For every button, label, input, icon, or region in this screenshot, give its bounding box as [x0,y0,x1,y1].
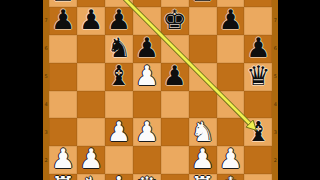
square-g1[interactable] [217,174,245,180]
square-b3[interactable] [77,118,105,146]
square-e2[interactable] [161,146,189,174]
square-c5[interactable] [105,63,133,91]
square-h3[interactable] [244,118,272,146]
rank-label-6: 6 [43,46,49,51]
square-b5[interactable] [77,63,105,91]
square-a3[interactable] [49,118,77,146]
square-a1[interactable] [49,174,77,180]
square-d1[interactable] [133,174,161,180]
rank-label-3: 3 [43,130,49,135]
square-d6[interactable] [133,35,161,63]
square-f2[interactable] [189,146,217,174]
square-b6[interactable] [77,35,105,63]
square-h1[interactable] [244,174,272,180]
square-f4[interactable] [189,91,217,119]
square-e8[interactable] [161,0,189,7]
board-border-left: 87654321 [43,0,49,180]
square-e7[interactable] [161,7,189,35]
square-a5[interactable] [49,63,77,91]
square-b4[interactable] [77,91,105,119]
rank-label-2: 2 [43,158,49,163]
chess-board [49,0,272,180]
square-d7[interactable] [133,7,161,35]
square-h4[interactable] [244,91,272,119]
square-b2[interactable] [77,146,105,174]
square-c2[interactable] [105,146,133,174]
video-frame: 87654321 87654321 ♜♜♟♟♟♚♟♞♟♟♝♟♟♛♟♟♞♝♟♟♟♟… [0,0,320,180]
square-c8[interactable] [105,0,133,7]
rank-label-7: 7 [272,18,278,23]
square-b8[interactable] [77,0,105,7]
square-e4[interactable] [161,91,189,119]
square-h2[interactable] [244,146,272,174]
square-a4[interactable] [49,91,77,119]
rank-label-5: 5 [43,74,49,79]
square-g4[interactable] [217,91,245,119]
square-f3[interactable] [189,118,217,146]
square-f8[interactable] [189,0,217,7]
rank-label-2: 2 [272,158,278,163]
square-c1[interactable] [105,174,133,180]
square-e6[interactable] [161,35,189,63]
square-d3[interactable] [133,118,161,146]
square-d4[interactable] [133,91,161,119]
square-g5[interactable] [217,63,245,91]
square-a8[interactable] [49,0,77,7]
rank-label-4: 4 [272,102,278,107]
square-g3[interactable] [217,118,245,146]
rank-label-4: 4 [43,102,49,107]
square-a6[interactable] [49,35,77,63]
square-c6[interactable] [105,35,133,63]
square-f7[interactable] [189,7,217,35]
square-e5[interactable] [161,63,189,91]
square-h6[interactable] [244,35,272,63]
square-c4[interactable] [105,91,133,119]
square-e1[interactable] [161,174,189,180]
square-a7[interactable] [49,7,77,35]
square-c7[interactable] [105,7,133,35]
square-h7[interactable] [244,7,272,35]
square-h8[interactable] [244,0,272,7]
square-e3[interactable] [161,118,189,146]
square-g8[interactable] [217,0,245,7]
square-g2[interactable] [217,146,245,174]
square-f5[interactable] [189,63,217,91]
square-d2[interactable] [133,146,161,174]
square-f6[interactable] [189,35,217,63]
square-g6[interactable] [217,35,245,63]
square-b7[interactable] [77,7,105,35]
rank-label-5: 5 [272,74,278,79]
square-h5[interactable] [244,63,272,91]
rank-label-3: 3 [272,130,278,135]
square-g7[interactable] [217,7,245,35]
square-f1[interactable] [189,174,217,180]
square-a2[interactable] [49,146,77,174]
square-d8[interactable] [133,0,161,7]
square-b1[interactable] [77,174,105,180]
rank-label-7: 7 [43,18,49,23]
square-c3[interactable] [105,118,133,146]
board-border-right: 87654321 [272,0,278,180]
square-d5[interactable] [133,63,161,91]
rank-label-6: 6 [272,46,278,51]
